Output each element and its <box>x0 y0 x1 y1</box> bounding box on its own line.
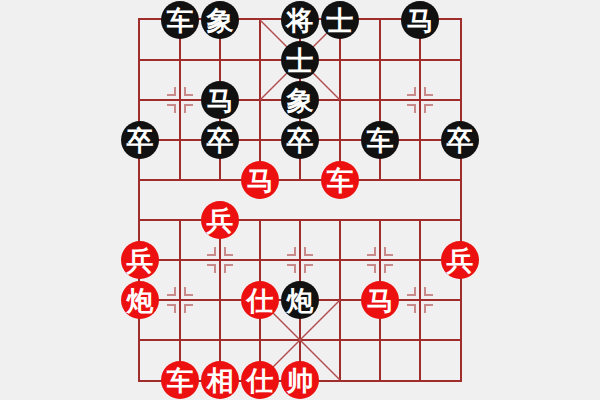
piece-red-elephant[interactable]: 相 <box>201 361 239 399</box>
board-cell <box>420 340 460 380</box>
piece-red-horse[interactable]: 马 <box>241 161 279 199</box>
xiangqi-board: 车象将士马士马象卒卒卒车卒炮马车兵兵兵炮仕马车相仕帅 <box>0 0 600 400</box>
piece-red-horse[interactable]: 马 <box>361 281 399 319</box>
point-marker <box>367 247 376 256</box>
point-marker <box>424 87 433 96</box>
piece-red-soldier[interactable]: 兵 <box>201 201 239 239</box>
piece-red-advisor[interactable]: 仕 <box>241 281 279 319</box>
point-marker <box>407 87 416 96</box>
piece-red-general[interactable]: 帅 <box>281 361 319 399</box>
point-marker <box>224 247 233 256</box>
point-marker <box>384 247 393 256</box>
point-marker <box>184 304 193 313</box>
point-marker <box>304 264 313 273</box>
point-marker <box>207 247 216 256</box>
board-cell <box>420 180 460 220</box>
point-marker <box>184 287 193 296</box>
point-marker <box>184 87 193 96</box>
piece-black-soldier[interactable]: 卒 <box>121 121 159 159</box>
piece-red-soldier[interactable]: 兵 <box>441 241 479 279</box>
piece-black-soldier[interactable]: 卒 <box>201 121 239 159</box>
piece-black-general[interactable]: 将 <box>281 1 319 39</box>
piece-red-chariot[interactable]: 车 <box>321 161 359 199</box>
board-cell <box>340 340 380 380</box>
point-marker <box>184 104 193 113</box>
point-marker <box>424 287 433 296</box>
piece-black-horse[interactable]: 马 <box>401 1 439 39</box>
point-marker <box>407 304 416 313</box>
point-marker <box>287 247 296 256</box>
board-cell <box>380 180 420 220</box>
piece-black-soldier[interactable]: 卒 <box>281 121 319 159</box>
board-cell <box>340 60 380 100</box>
piece-red-advisor[interactable]: 仕 <box>241 361 279 399</box>
piece-black-elephant[interactable]: 象 <box>281 81 319 119</box>
point-marker <box>384 264 393 273</box>
point-marker <box>167 87 176 96</box>
point-marker <box>167 304 176 313</box>
xiangqi-diagram: 车象将士马士马象卒卒卒车卒炮马车兵兵兵炮仕马车相仕帅 <box>0 0 600 400</box>
point-marker <box>207 264 216 273</box>
piece-black-horse[interactable]: 马 <box>201 81 239 119</box>
piece-black-cannon[interactable]: 炮 <box>281 281 319 319</box>
piece-red-cannon[interactable]: 炮 <box>121 281 159 319</box>
point-marker <box>287 264 296 273</box>
point-marker <box>304 247 313 256</box>
piece-black-advisor[interactable]: 士 <box>321 1 359 39</box>
point-marker <box>424 104 433 113</box>
point-marker <box>167 287 176 296</box>
point-marker <box>167 104 176 113</box>
board-cell <box>380 340 420 380</box>
piece-black-advisor[interactable]: 士 <box>281 41 319 79</box>
piece-black-chariot[interactable]: 车 <box>361 121 399 159</box>
point-marker <box>224 264 233 273</box>
board-cell <box>140 180 180 220</box>
piece-black-soldier[interactable]: 卒 <box>441 121 479 159</box>
piece-black-chariot[interactable]: 车 <box>161 1 199 39</box>
point-marker <box>407 104 416 113</box>
piece-red-chariot[interactable]: 车 <box>161 361 199 399</box>
piece-black-elephant[interactable]: 象 <box>201 1 239 39</box>
point-marker <box>407 287 416 296</box>
point-marker <box>424 304 433 313</box>
point-marker <box>367 264 376 273</box>
piece-red-soldier[interactable]: 兵 <box>121 241 159 279</box>
